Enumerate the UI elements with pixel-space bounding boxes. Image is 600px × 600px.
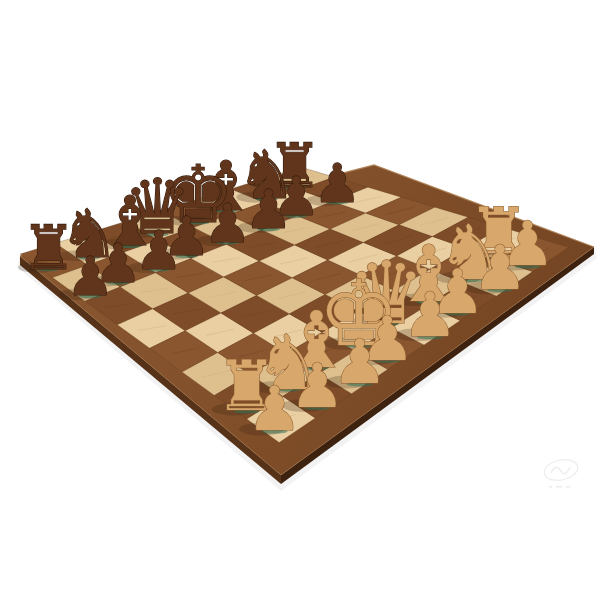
photographer-watermark-logo [542, 457, 579, 488]
black-pawn-a7: ♟ [66, 245, 114, 308]
watermark-smalltext [556, 486, 562, 488]
black-pawn-f7: ♟ [244, 178, 292, 241]
black-pawn-c7: ♟ [135, 219, 183, 282]
black-pawn-e7: ♟ [204, 192, 252, 255]
chess-board-3d: ♜♞♟♝♟♚♟♛♟♝♟♞♜♟♜♟♞♟♟♟♝♟♛♟♚♟♝♟♞♟♜♟ [0, 0, 600, 600]
watermark-smalltext [566, 486, 570, 488]
black-pawn-h7: ♟ [313, 152, 361, 215]
watermark-smalltext [549, 486, 552, 488]
white-pawn-a1: ♟ [247, 373, 302, 444]
watermark-script-mark [551, 467, 570, 474]
product-photo-canvas: ♜♞♟♝♟♚♟♛♟♝♟♞♜♟♜♟♞♟♟♟♝♟♛♟♚♟♝♟♞♟♜♟ [0, 0, 600, 600]
